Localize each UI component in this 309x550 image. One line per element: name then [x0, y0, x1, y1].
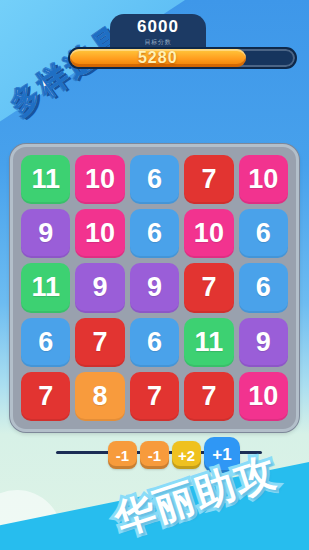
tile-r2c4-10[interactable]: 10 — [184, 209, 233, 258]
tile-r5c4-7[interactable]: 7 — [184, 372, 233, 421]
tile-r4c3-6[interactable]: 6 — [130, 318, 179, 367]
current-score: 5280 — [138, 49, 178, 67]
tile-grid: 111067109106106119976676119787710 — [13, 147, 296, 429]
tile-r2c2-10[interactable]: 10 — [75, 209, 124, 258]
target-score-label: 目标分数 — [117, 38, 199, 47]
tile-r3c1-11[interactable]: 11 — [21, 263, 70, 312]
tile-r3c5-6[interactable]: 6 — [239, 263, 288, 312]
target-score: 6000 — [110, 17, 206, 37]
progress-bar: 5280 — [68, 47, 297, 69]
tile-r2c3-6[interactable]: 6 — [130, 209, 179, 258]
tile-r5c3-7[interactable]: 7 — [130, 372, 179, 421]
tile-r4c5-9[interactable]: 9 — [239, 318, 288, 367]
tile-r5c1-7[interactable]: 7 — [21, 372, 70, 421]
tile-r3c2-9[interactable]: 9 — [75, 263, 124, 312]
tile-r5c2-8[interactable]: 8 — [75, 372, 124, 421]
tile-r4c4-11[interactable]: 11 — [184, 318, 233, 367]
tile-r2c1-9[interactable]: 9 — [21, 209, 70, 258]
game-screen: 多样道具 6000 目标分数 5280 11106710910610611997… — [0, 0, 309, 550]
tile-r4c1-6[interactable]: 6 — [21, 318, 70, 367]
tile-r1c2-10[interactable]: 10 — [75, 155, 124, 204]
progress-fill: 5280 — [70, 49, 246, 67]
tile-r5c5-10[interactable]: 10 — [239, 372, 288, 421]
tile-r3c3-9[interactable]: 9 — [130, 263, 179, 312]
tile-r2c5-6[interactable]: 6 — [239, 209, 288, 258]
tile-r1c4-7[interactable]: 7 — [184, 155, 233, 204]
powerup-button-1--1[interactable]: -1 — [108, 441, 137, 469]
tile-r1c5-10[interactable]: 10 — [239, 155, 288, 204]
tile-r1c1-11[interactable]: 11 — [21, 155, 70, 204]
tile-r4c2-7[interactable]: 7 — [75, 318, 124, 367]
game-board: 111067109106106119976676119787710 — [10, 144, 299, 432]
tile-r3c4-7[interactable]: 7 — [184, 263, 233, 312]
powerup-button-2--1[interactable]: -1 — [140, 441, 169, 469]
tile-r1c3-6[interactable]: 6 — [130, 155, 179, 204]
powerup-button-3-+2[interactable]: +2 — [172, 441, 201, 469]
